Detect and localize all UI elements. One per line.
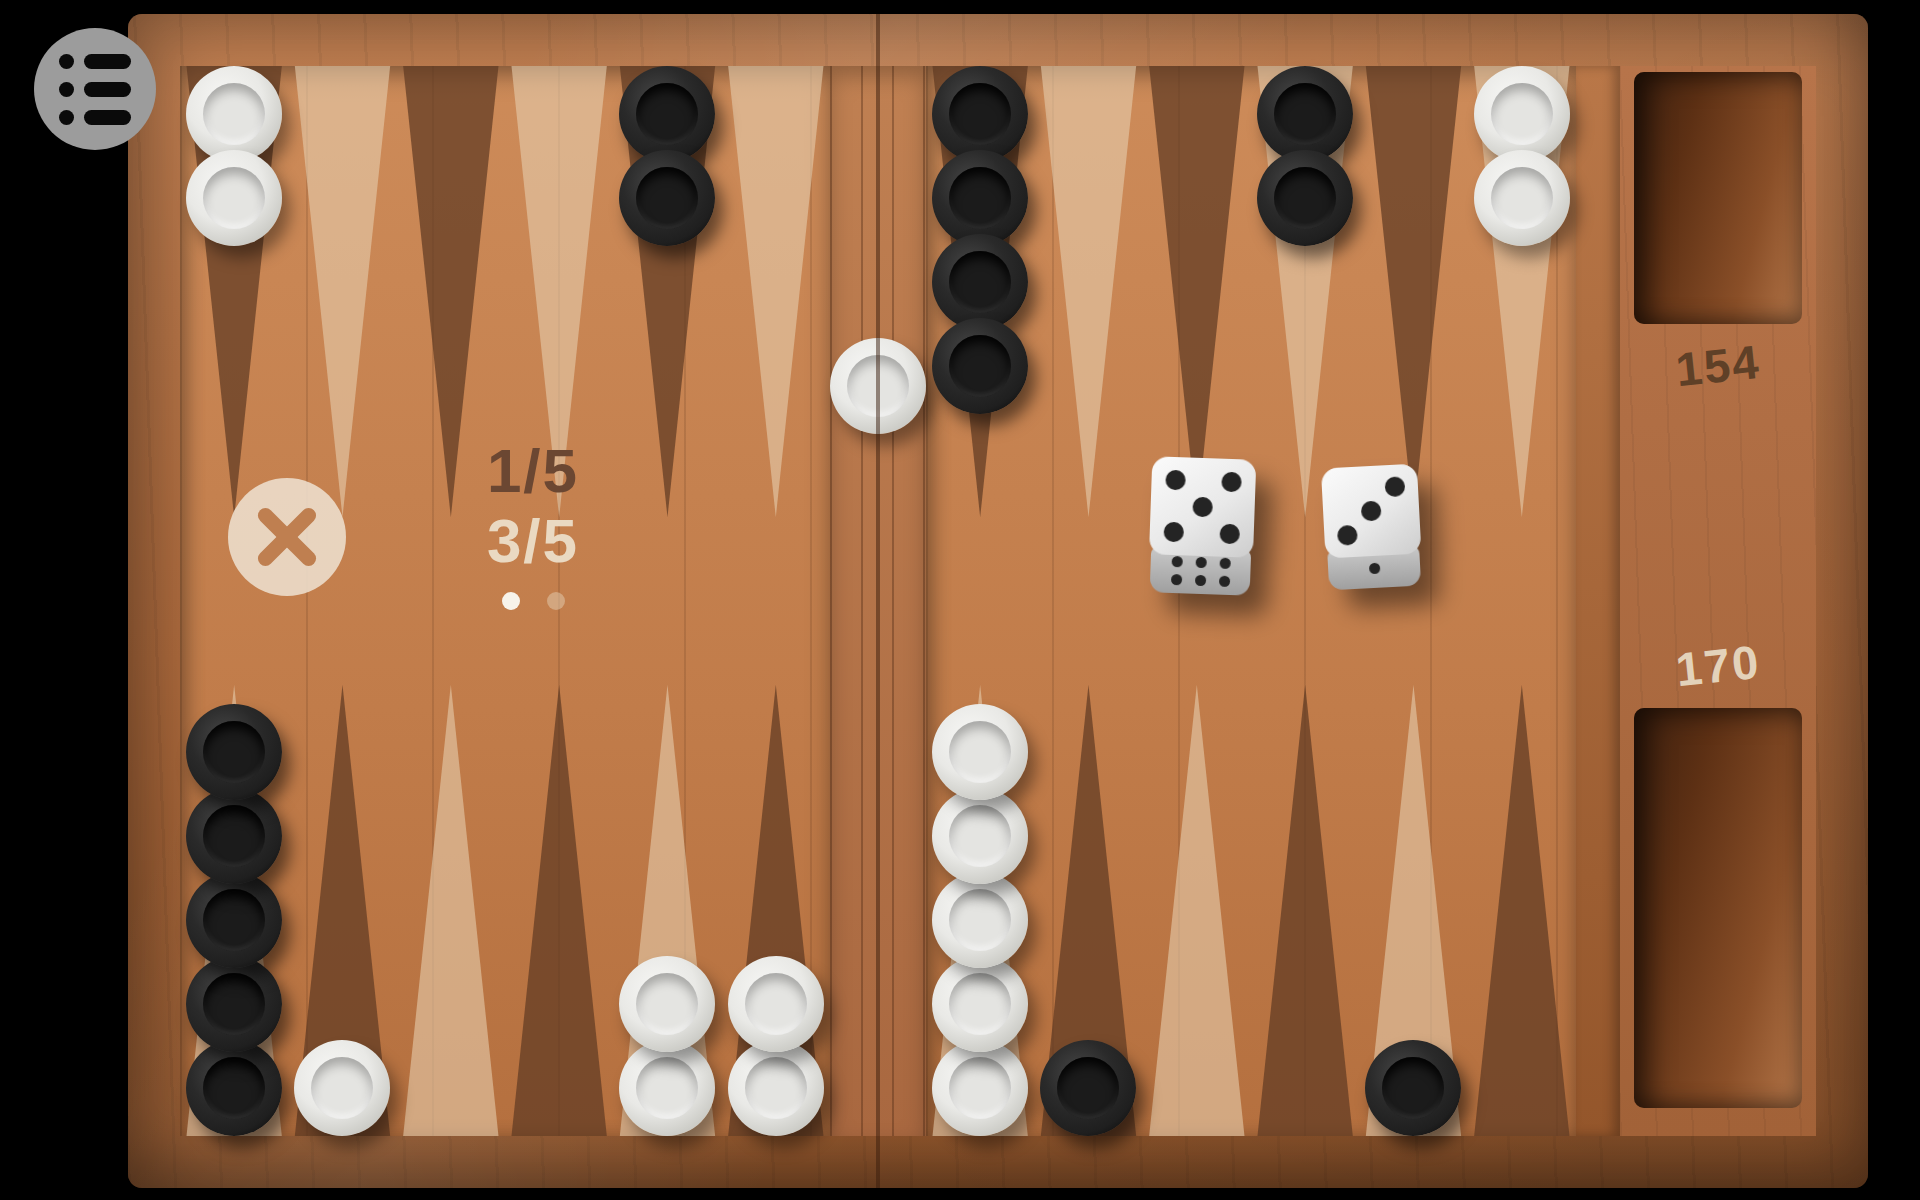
menu-bullet-icon [59,82,74,97]
app-background: 154 170 1/5 3/5 [0,0,1920,1200]
checker-white[interactable] [294,1040,390,1136]
die-pip [1337,525,1358,546]
die-face-cell [1161,467,1190,494]
list-menu-icon [59,110,131,125]
point-10-triangle [397,666,505,1136]
list-menu-icon [59,82,131,97]
move-dot-dim [547,592,565,610]
die-face-cell [1160,493,1189,520]
checker-white[interactable] [728,956,824,1052]
pip-count-black: 154 [1618,328,1819,403]
die-face-cell [1215,520,1244,547]
point-1[interactable] [1468,666,1576,1136]
die-pip [1192,497,1213,518]
die-face-cell [1217,469,1246,496]
point-11[interactable] [288,666,396,1136]
right-board-half [926,66,1576,1136]
point-1-triangle [1468,666,1576,1136]
die-face-cell [1382,474,1409,499]
point-6[interactable] [926,666,1034,1136]
match-score-overlay: 1/5 3/5 [448,436,618,610]
checker-black[interactable] [619,150,715,246]
right-inner-wall [1576,66,1620,1136]
die-pip [1194,574,1205,585]
white-match-score: 3/5 [448,506,618,576]
checker-black[interactable] [186,872,282,968]
checker-black[interactable] [932,318,1028,414]
point-12[interactable] [180,666,288,1136]
checker-white[interactable] [186,66,282,162]
checker-white[interactable] [932,704,1028,800]
point-18-triangle [722,66,830,536]
pip-count-white: 170 [1618,628,1819,703]
menu-button[interactable] [34,28,156,150]
die-face-cell [1357,475,1384,500]
checker-white[interactable] [728,1040,824,1136]
menu-bullet-icon [59,54,74,69]
checker-black[interactable] [932,150,1028,246]
die-pip [1171,555,1182,566]
die-face-cell [1358,499,1385,524]
checker-black[interactable] [186,788,282,884]
checker-white[interactable] [619,1040,715,1136]
black-match-score: 1/5 [448,436,618,506]
cancel-button[interactable] [228,478,346,596]
die-pip [1385,476,1406,497]
die-face-cell [1159,519,1188,546]
checker-black[interactable] [932,234,1028,330]
die-face-cell [1188,494,1217,521]
bottom-right-quadrant [926,666,1576,1136]
point-22[interactable] [1251,66,1359,536]
point-7[interactable] [722,666,830,1136]
point-14-triangle [288,66,396,536]
checker-black[interactable] [1040,1040,1136,1136]
checker-white[interactable] [1474,66,1570,162]
bear-off-column: 154 170 [1620,66,1816,1136]
board-playing-area: 154 170 [180,66,1816,1136]
checker-white[interactable] [932,872,1028,968]
menu-bullet-icon [59,110,74,125]
point-20-triangle [1034,66,1142,536]
checker-white[interactable] [619,956,715,1052]
point-17[interactable] [613,66,721,536]
checker-white[interactable] [1474,150,1570,246]
point-13[interactable] [180,66,288,536]
menu-line-icon [84,82,131,97]
die-pip [1361,500,1382,521]
checker-black[interactable] [1365,1040,1461,1136]
checker-black[interactable] [932,66,1028,162]
menu-line-icon [84,110,131,125]
die-left-top-face [1149,456,1256,558]
point-4[interactable] [1143,666,1251,1136]
die-face-cell [1331,477,1358,502]
die-face-cell [1333,500,1360,525]
die-pip [1195,556,1206,567]
point-9-triangle [505,666,613,1136]
die-right[interactable] [1321,464,1423,591]
die-pip [1219,524,1240,545]
point-24[interactable] [1468,66,1576,536]
die-pip [1368,562,1380,574]
move-indicator-dots [448,592,618,610]
die-right-top-face [1321,464,1422,559]
move-dot-bright [502,592,520,610]
die-face-cell [1216,495,1245,522]
backgammon-board: 154 170 [128,14,1868,1188]
die-pip [1170,573,1181,584]
bear-off-tray-white[interactable] [1634,708,1802,1108]
checker-white[interactable] [830,338,926,434]
point-3-triangle [1251,666,1359,1136]
center-bar[interactable] [830,66,926,1136]
die-pip [1165,470,1186,491]
point-2[interactable] [1359,666,1467,1136]
point-9[interactable] [505,666,613,1136]
bear-off-tray-black[interactable] [1634,72,1802,324]
checker-white[interactable] [186,150,282,246]
menu-line-icon [84,54,131,69]
die-pip [1221,472,1242,493]
die-pip [1218,575,1229,586]
point-10[interactable] [397,666,505,1136]
checker-black[interactable] [186,956,282,1052]
checker-black[interactable] [186,704,282,800]
checker-white[interactable] [932,788,1028,884]
die-pip [1219,557,1230,568]
bottom-left-quadrant [180,666,830,1136]
die-face-cell [1189,468,1218,495]
die-face-cell [1383,497,1410,522]
point-20[interactable] [1034,66,1142,536]
die-face-cell [1334,523,1361,548]
die-pip [1163,522,1184,543]
checker-black[interactable] [186,1040,282,1136]
checker-white[interactable] [932,956,1028,1052]
die-face-cell [1359,522,1386,547]
point-5[interactable] [1034,666,1142,1136]
checker-white[interactable] [932,1040,1028,1136]
die-left[interactable] [1148,456,1257,596]
point-3[interactable] [1251,666,1359,1136]
point-14[interactable] [288,66,396,536]
die-face-cell [1384,521,1411,546]
checker-black[interactable] [1257,66,1353,162]
checker-black[interactable] [1257,150,1353,246]
die-face-cell [1187,520,1216,547]
point-8[interactable] [613,666,721,1136]
point-19[interactable] [926,66,1034,536]
point-18[interactable] [722,66,830,536]
point-4-triangle [1143,666,1251,1136]
checker-black[interactable] [619,66,715,162]
list-menu-icon [59,54,131,69]
